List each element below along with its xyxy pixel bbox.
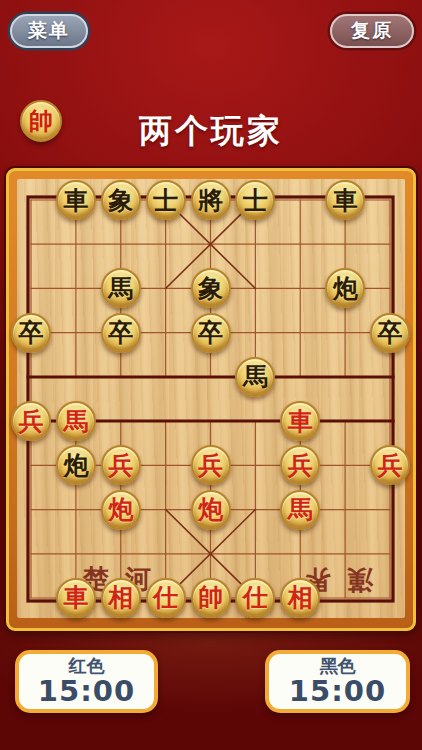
piece-black-炮[interactable]: 炮 [56,445,96,485]
piece-red-車[interactable]: 車 [56,578,96,618]
piece-black-卒[interactable]: 卒 [101,313,141,353]
piece-red-馬[interactable]: 馬 [56,401,96,441]
black-timer-card: 黑色 15:00 [265,650,410,713]
xiangqi-board-frame: 楚河 漢界 [6,168,416,631]
xiangqi-board[interactable]: 楚河 漢界 [17,179,405,618]
piece-black-卒[interactable]: 卒 [191,313,231,353]
piece-red-馬[interactable]: 馬 [280,490,320,530]
piece-red-相[interactable]: 相 [280,578,320,618]
piece-black-車[interactable]: 車 [325,180,365,220]
piece-black-馬[interactable]: 馬 [235,357,275,397]
page-title: 两个玩家 [0,109,422,154]
piece-black-車[interactable]: 車 [56,180,96,220]
piece-black-馬[interactable]: 馬 [101,268,141,308]
piece-red-相[interactable]: 相 [101,578,141,618]
piece-red-仕[interactable]: 仕 [146,578,186,618]
board-grid-lines [17,179,405,618]
piece-red-炮[interactable]: 炮 [101,490,141,530]
app-screen: 菜单 复原 帥 两个玩家 楚河 漢界 車象士將士車馬象炮卒卒卒卒馬兵馬車炮兵兵兵… [0,0,422,750]
restore-button[interactable]: 复原 [330,14,414,48]
piece-black-將[interactable]: 將 [191,180,231,220]
menu-button[interactable]: 菜单 [10,14,88,48]
piece-black-象[interactable]: 象 [101,180,141,220]
piece-black-卒[interactable]: 卒 [370,313,410,353]
piece-red-兵[interactable]: 兵 [101,445,141,485]
piece-red-兵[interactable]: 兵 [11,401,51,441]
piece-black-象[interactable]: 象 [191,268,231,308]
red-timer-card: 红色 15:00 [15,650,158,713]
piece-black-卒[interactable]: 卒 [11,313,51,353]
piece-red-炮[interactable]: 炮 [191,490,231,530]
red-timer-value: 15:00 [38,676,135,706]
piece-black-士[interactable]: 士 [146,180,186,220]
piece-red-帥[interactable]: 帥 [191,578,231,618]
black-timer-value: 15:00 [289,676,386,706]
piece-red-兵[interactable]: 兵 [191,445,231,485]
